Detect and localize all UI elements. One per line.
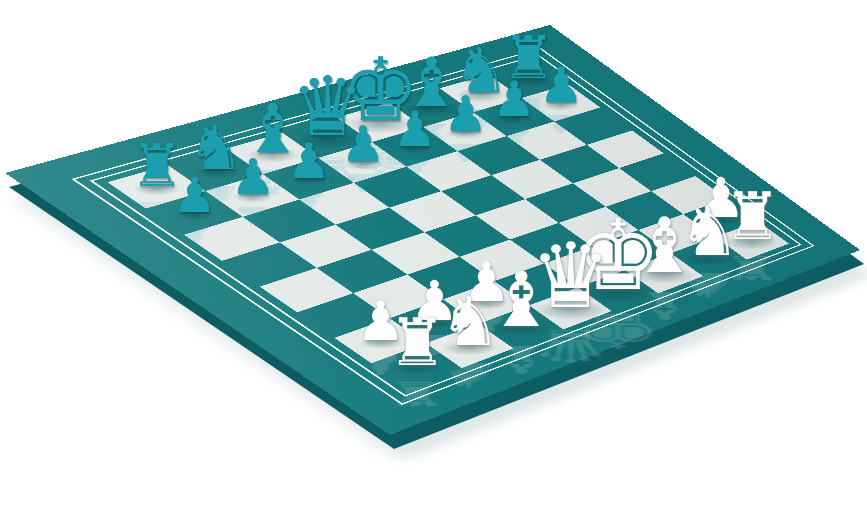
piece-teal-pawn-d7[interactable]: ♟ [341, 120, 385, 169]
piece-teal-pawn-h7[interactable]: ♟ [539, 61, 583, 110]
piece-teal-pawn-f7[interactable]: ♟ [443, 89, 487, 138]
piece-teal-pawn-g7[interactable]: ♟ [492, 75, 536, 124]
piece-teal-pawn-b7[interactable]: ♟ [231, 153, 275, 202]
piece-teal-pawn-a7[interactable]: ♟ [173, 171, 217, 220]
piece-white-knight-b1[interactable]: ♞ [439, 286, 501, 355]
piece-teal-pawn-c7[interactable]: ♟ [287, 136, 331, 185]
piece-teal-pawn-e7[interactable]: ♟ [393, 105, 437, 154]
chess-set-product-photo: ♜♜♞♞♟♟♝♝♟♟♚♚♟♟♛♛♟♟♝♝♟♟♞♞♟♟♜♜♟♟♟♟♟♟♜♜♞♞♝♝… [0, 0, 867, 505]
piece-white-rook-a1[interactable]: ♜ [388, 310, 446, 375]
